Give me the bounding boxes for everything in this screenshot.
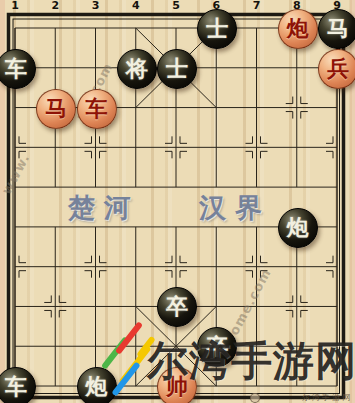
- river-text-right: 汉界: [199, 190, 271, 226]
- piece-black-cannon[interactable]: 炮: [278, 208, 318, 248]
- piece-black-advisor[interactable]: 士: [157, 49, 197, 89]
- footer-logo-icon: [250, 393, 260, 403]
- column-label-7: 7: [238, 0, 276, 12]
- column-label-1: 1: [0, 0, 34, 12]
- piece-red-horse[interactable]: 马: [36, 89, 76, 129]
- piece-red-cannon[interactable]: 炮: [278, 9, 318, 49]
- piece-black-chariot[interactable]: 车: [0, 367, 36, 403]
- piece-black-general[interactable]: 将: [117, 49, 157, 89]
- piece-black-horse[interactable]: 马: [318, 9, 355, 49]
- piece-red-soldier[interactable]: 兵: [318, 49, 355, 89]
- column-label-3: 3: [77, 0, 115, 12]
- xiangqi-board-screenshot: 123456789 楚河 汉界 me.com www. ckhome.com 士…: [0, 0, 355, 403]
- column-label-5: 5: [157, 0, 195, 12]
- footer-watermark-text: 尔湾手游网: [302, 392, 352, 403]
- site-watermark-text: 尔湾手游网: [147, 334, 355, 389]
- piece-black-advisor[interactable]: 士: [197, 9, 237, 49]
- column-label-2: 2: [36, 0, 74, 12]
- river-text-left: 楚河: [68, 190, 140, 226]
- column-label-4: 4: [117, 0, 155, 12]
- piece-red-chariot[interactable]: 车: [77, 89, 117, 129]
- logo-stripe: [111, 361, 140, 396]
